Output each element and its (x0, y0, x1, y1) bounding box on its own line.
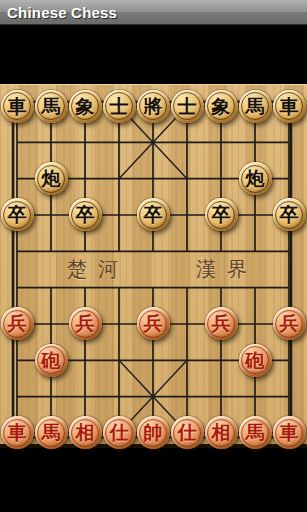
app-screen: Chinese Chess 楚河 漢界 車馬象士將士象馬車炮炮卒卒卒卒卒兵兵兵兵… (0, 0, 307, 512)
piece-black-chariot[interactable]: 車 (273, 90, 306, 123)
piece-glyph: 車 (8, 97, 27, 116)
piece-red-soldier[interactable]: 兵 (137, 307, 170, 340)
piece-glyph: 炮 (42, 169, 61, 188)
piece-black-horse[interactable]: 馬 (239, 90, 272, 123)
board-grid (0, 85, 307, 445)
piece-glyph: 卒 (8, 205, 27, 224)
piece-red-cannon[interactable]: 砲 (35, 344, 68, 377)
piece-glyph: 將 (144, 97, 163, 116)
piece-glyph: 兵 (212, 314, 231, 333)
river-label-left: 楚河 (67, 257, 129, 281)
piece-red-soldier[interactable]: 兵 (69, 307, 102, 340)
piece-red-horse[interactable]: 馬 (239, 416, 272, 449)
piece-glyph: 仕 (178, 423, 197, 442)
piece-glyph: 馬 (42, 423, 61, 442)
piece-glyph: 馬 (246, 97, 265, 116)
app-title-bar: Chinese Chess (0, 0, 307, 25)
piece-black-elephant[interactable]: 象 (69, 90, 102, 123)
piece-black-cannon[interactable]: 炮 (239, 162, 272, 195)
piece-glyph: 卒 (144, 205, 163, 224)
piece-glyph: 車 (280, 97, 299, 116)
piece-glyph: 馬 (42, 97, 61, 116)
piece-glyph: 相 (76, 423, 95, 442)
piece-glyph: 帥 (144, 423, 163, 442)
piece-black-soldier[interactable]: 卒 (1, 198, 34, 231)
piece-glyph: 卒 (280, 205, 299, 224)
piece-black-advisor[interactable]: 士 (171, 90, 204, 123)
piece-glyph: 馬 (246, 423, 265, 442)
piece-red-horse[interactable]: 馬 (35, 416, 68, 449)
piece-red-cannon[interactable]: 砲 (239, 344, 272, 377)
piece-glyph: 兵 (280, 314, 299, 333)
piece-glyph: 仕 (110, 423, 129, 442)
piece-glyph: 士 (178, 97, 197, 116)
piece-red-general[interactable]: 帥 (137, 416, 170, 449)
piece-glyph: 卒 (212, 205, 231, 224)
piece-glyph: 砲 (246, 351, 265, 370)
xiangqi-board[interactable]: 楚河 漢界 車馬象士將士象馬車炮炮卒卒卒卒卒兵兵兵兵兵砲砲車馬相仕帥仕相馬車 (0, 84, 307, 448)
app-title: Chinese Chess (7, 4, 117, 21)
piece-black-elephant[interactable]: 象 (205, 90, 238, 123)
piece-black-chariot[interactable]: 車 (1, 90, 34, 123)
piece-red-soldier[interactable]: 兵 (273, 307, 306, 340)
piece-glyph: 卒 (76, 205, 95, 224)
piece-red-soldier[interactable]: 兵 (1, 307, 34, 340)
piece-glyph: 砲 (42, 351, 61, 370)
piece-red-chariot[interactable]: 車 (273, 416, 306, 449)
piece-red-soldier[interactable]: 兵 (205, 307, 238, 340)
piece-black-advisor[interactable]: 士 (103, 90, 136, 123)
piece-glyph: 相 (212, 423, 231, 442)
piece-black-general[interactable]: 將 (137, 90, 170, 123)
piece-glyph: 車 (280, 423, 299, 442)
piece-red-advisor[interactable]: 仕 (171, 416, 204, 449)
piece-glyph: 兵 (144, 314, 163, 333)
piece-black-soldier[interactable]: 卒 (205, 198, 238, 231)
piece-black-soldier[interactable]: 卒 (69, 198, 102, 231)
piece-black-horse[interactable]: 馬 (35, 90, 68, 123)
piece-glyph: 士 (110, 97, 129, 116)
piece-glyph: 炮 (246, 169, 265, 188)
piece-black-cannon[interactable]: 炮 (35, 162, 68, 195)
piece-red-elephant[interactable]: 相 (205, 416, 238, 449)
piece-black-soldier[interactable]: 卒 (273, 198, 306, 231)
piece-red-elephant[interactable]: 相 (69, 416, 102, 449)
piece-black-soldier[interactable]: 卒 (137, 198, 170, 231)
piece-glyph: 兵 (76, 314, 95, 333)
piece-red-advisor[interactable]: 仕 (103, 416, 136, 449)
piece-glyph: 車 (8, 423, 27, 442)
piece-glyph: 象 (76, 97, 95, 116)
piece-red-chariot[interactable]: 車 (1, 416, 34, 449)
piece-glyph: 象 (212, 97, 231, 116)
piece-glyph: 兵 (8, 314, 27, 333)
river-label-right: 漢界 (196, 257, 258, 281)
